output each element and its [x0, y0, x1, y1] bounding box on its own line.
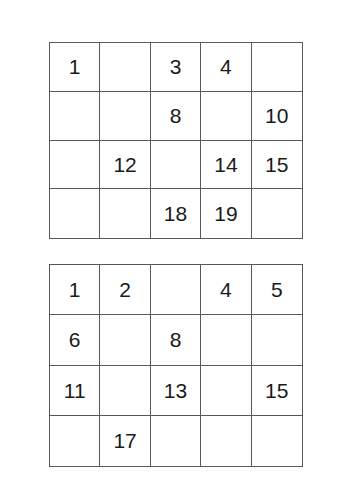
empty-cell-r3c4[interactable]: [201, 366, 251, 416]
number-cell-r4c4: 19: [201, 189, 251, 238]
empty-cell-r2c4[interactable]: [201, 315, 251, 365]
number-cell-r1c1: 1: [50, 265, 100, 315]
worksheet-page: 1348101214151819 12456811131517: [0, 0, 354, 500]
number-cell-r1c5: 5: [252, 265, 302, 315]
empty-cell-r2c2[interactable]: [100, 315, 150, 365]
empty-cell-r1c2[interactable]: [100, 43, 150, 92]
empty-cell-r4c1[interactable]: [50, 189, 100, 238]
number-cell-r3c4: 14: [201, 141, 251, 190]
empty-cell-r4c5[interactable]: [252, 189, 302, 238]
empty-cell-r4c2[interactable]: [100, 189, 150, 238]
number-cell-r1c4: 4: [201, 43, 251, 92]
number-cell-r2c3: 8: [151, 92, 201, 141]
empty-cell-r4c1[interactable]: [50, 416, 100, 466]
empty-cell-r1c3[interactable]: [151, 265, 201, 315]
empty-cell-r3c2[interactable]: [100, 366, 150, 416]
number-cell-r3c5: 15: [252, 141, 302, 190]
number-cell-r1c3: 3: [151, 43, 201, 92]
empty-cell-r3c1[interactable]: [50, 141, 100, 190]
number-cell-r1c2: 2: [100, 265, 150, 315]
empty-cell-r2c5[interactable]: [252, 315, 302, 365]
empty-cell-r4c4[interactable]: [201, 416, 251, 466]
empty-cell-r2c2[interactable]: [100, 92, 150, 141]
number-cell-r4c2: 17: [100, 416, 150, 466]
number-cell-r1c4: 4: [201, 265, 251, 315]
empty-cell-r4c5[interactable]: [252, 416, 302, 466]
empty-cell-r3c3[interactable]: [151, 141, 201, 190]
number-cell-r2c5: 10: [252, 92, 302, 141]
number-cell-r3c5: 15: [252, 366, 302, 416]
empty-cell-r2c4[interactable]: [201, 92, 251, 141]
number-cell-r4c3: 18: [151, 189, 201, 238]
number-cell-r1c1: 1: [50, 43, 100, 92]
empty-cell-r2c1[interactable]: [50, 92, 100, 141]
number-grid-bottom: 12456811131517: [49, 264, 303, 467]
number-cell-r2c1: 6: [50, 315, 100, 365]
number-grid-top: 1348101214151819: [49, 42, 303, 239]
empty-cell-r4c3[interactable]: [151, 416, 201, 466]
number-cell-r2c3: 8: [151, 315, 201, 365]
empty-cell-r1c5[interactable]: [252, 43, 302, 92]
number-cell-r3c2: 12: [100, 141, 150, 190]
number-cell-r3c1: 11: [50, 366, 100, 416]
number-cell-r3c3: 13: [151, 366, 201, 416]
